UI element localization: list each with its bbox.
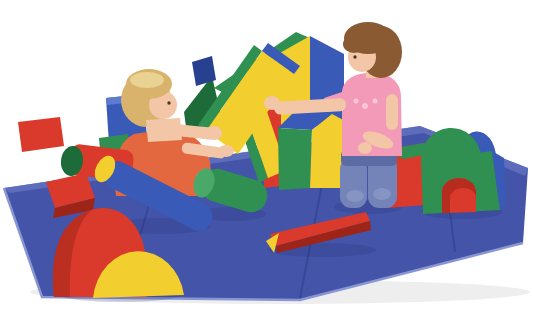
girl-shirt-print <box>373 99 378 104</box>
girl-hair-fringe <box>343 35 365 53</box>
red-back-block <box>18 117 64 152</box>
cube-green-face <box>278 128 312 190</box>
product-photo <box>0 0 533 315</box>
girl-knee-highlight <box>373 188 391 200</box>
girl-right-hand <box>358 142 372 154</box>
girl-shirt-print <box>362 103 368 109</box>
soft-play-scene <box>0 0 533 315</box>
girl-left-hand <box>264 96 280 110</box>
toddler-hair-highlight <box>130 72 164 88</box>
toddler-hand <box>218 145 234 157</box>
toddler-eye <box>167 101 170 104</box>
girl-right-arm <box>386 94 398 130</box>
toddler-hand <box>206 126 222 140</box>
girl-eye <box>353 55 356 58</box>
girl-shirt-print <box>354 99 359 104</box>
girl-knee-highlight <box>346 190 364 202</box>
